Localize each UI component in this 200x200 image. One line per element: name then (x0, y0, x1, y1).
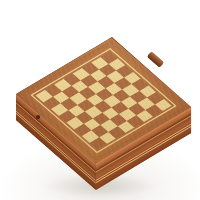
pin-hole (36, 115, 40, 119)
photo-background (0, 0, 200, 200)
finger-notch (147, 51, 164, 67)
